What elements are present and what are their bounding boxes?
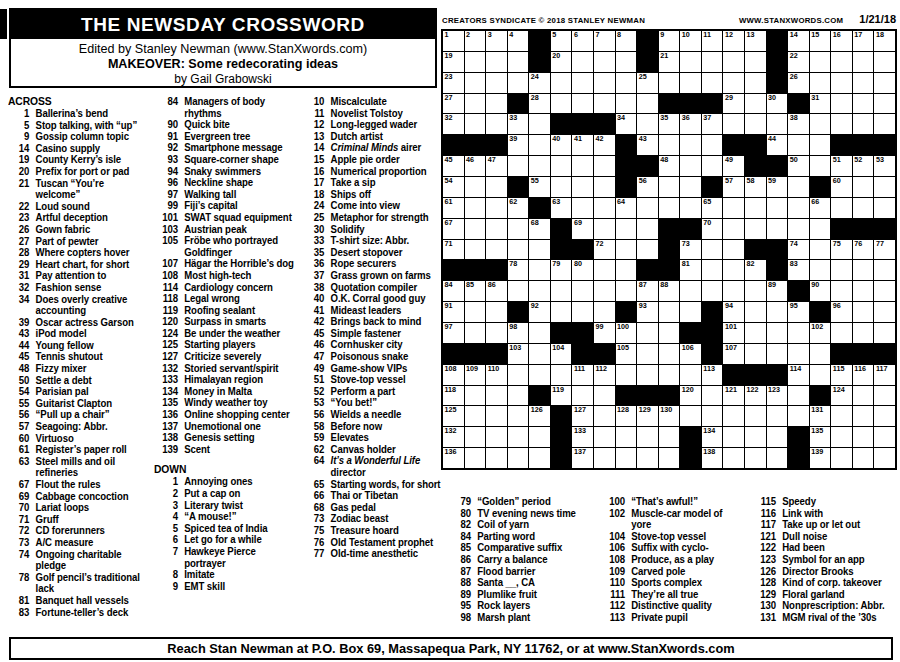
cell-r11c19[interactable]: 75 (831, 240, 852, 260)
cell-r9c11[interactable] (659, 198, 680, 218)
cell-r8c7[interactable] (572, 177, 593, 197)
cell-r13c14[interactable] (723, 281, 744, 301)
cell-r1c11[interactable]: 9 (659, 31, 680, 51)
cell-r4c1[interactable]: 27 (443, 94, 464, 114)
cell-r21c9[interactable] (616, 448, 637, 468)
cell-r21c11[interactable] (659, 448, 680, 468)
cell-r5c12[interactable]: 36 (680, 114, 701, 134)
cell-r4c19[interactable] (831, 94, 852, 114)
cell-r8c11[interactable] (659, 177, 680, 197)
cell-r17c12[interactable] (680, 365, 701, 385)
cell-r19c21[interactable] (874, 406, 895, 426)
cell-r21c1[interactable]: 136 (443, 448, 464, 468)
cell-r14c15[interactable] (745, 302, 766, 322)
cell-r14c14[interactable]: 94 (723, 302, 744, 322)
cell-r12c14[interactable] (723, 260, 744, 280)
cell-r6c10[interactable]: 43 (637, 135, 658, 155)
cell-r15c4[interactable]: 98 (508, 323, 529, 343)
cell-r19c20[interactable] (853, 406, 874, 426)
cell-r17c10[interactable] (637, 365, 658, 385)
cell-r11c9[interactable] (616, 240, 637, 260)
cell-r12c5[interactable] (529, 260, 550, 280)
cell-r7c2[interactable]: 46 (465, 156, 486, 176)
cell-r15c18[interactable]: 102 (810, 323, 831, 343)
cell-r10c9[interactable] (616, 219, 637, 239)
cell-r12c17[interactable]: 83 (788, 260, 809, 280)
cell-r5c3[interactable] (486, 114, 507, 134)
cell-r18c12[interactable]: 120 (680, 386, 701, 406)
cell-r6c11[interactable] (659, 135, 680, 155)
cell-r15c3[interactable] (486, 323, 507, 343)
cell-r7c7[interactable] (572, 156, 593, 176)
cell-r15c19[interactable] (831, 323, 852, 343)
cell-r21c7[interactable]: 137 (572, 448, 593, 468)
cell-r5c20[interactable] (853, 114, 874, 134)
cell-r4c2[interactable] (465, 94, 486, 114)
cell-r1c14[interactable]: 12 (723, 31, 744, 51)
cell-r4c16[interactable]: 30 (767, 94, 788, 114)
cell-r20c7[interactable]: 133 (572, 427, 593, 447)
cell-r13c6[interactable] (551, 281, 572, 301)
cell-r13c11[interactable]: 88 (659, 281, 680, 301)
cell-r7c8[interactable] (594, 156, 615, 176)
cell-r11c5[interactable] (529, 240, 550, 260)
cell-r16c6[interactable]: 104 (551, 344, 572, 364)
cell-r18c4[interactable] (508, 386, 529, 406)
cell-r10c10[interactable] (637, 219, 658, 239)
cell-r10c16[interactable] (767, 219, 788, 239)
cell-r11c2[interactable] (465, 240, 486, 260)
cell-r16c11[interactable] (659, 344, 680, 364)
cell-r11c1[interactable]: 71 (443, 240, 464, 260)
cell-r8c16[interactable]: 59 (767, 177, 788, 197)
cell-r2c11[interactable]: 21 (659, 52, 680, 72)
cell-r15c14[interactable]: 101 (723, 323, 744, 343)
cell-r5c21[interactable] (874, 114, 895, 134)
cell-r19c5[interactable]: 126 (529, 406, 550, 426)
cell-r16c4[interactable]: 103 (508, 344, 529, 364)
cell-r8c3[interactable] (486, 177, 507, 197)
cell-r20c18[interactable]: 135 (810, 427, 831, 447)
cell-r8c6[interactable] (551, 177, 572, 197)
cell-r5c10[interactable] (637, 114, 658, 134)
cell-r2c14[interactable] (723, 52, 744, 72)
cell-r14c5[interactable]: 92 (529, 302, 550, 322)
cell-r14c7[interactable] (572, 302, 593, 322)
cell-r5c18[interactable] (810, 114, 831, 134)
cell-r12c18[interactable] (810, 260, 831, 280)
cell-r10c7[interactable]: 69 (572, 219, 593, 239)
cell-r15c2[interactable] (465, 323, 486, 343)
cell-r7c18[interactable] (810, 156, 831, 176)
cell-r9c9[interactable]: 64 (616, 198, 637, 218)
cell-r14c20[interactable] (853, 302, 874, 322)
cell-r9c4[interactable]: 62 (508, 198, 529, 218)
cell-r8c2[interactable] (465, 177, 486, 197)
cell-r8c8[interactable] (594, 177, 615, 197)
cell-r9c8[interactable] (594, 198, 615, 218)
cell-r11c3[interactable] (486, 240, 507, 260)
cell-r13c19[interactable] (831, 281, 852, 301)
cell-r19c7[interactable]: 127 (572, 406, 593, 426)
cell-r4c8[interactable] (594, 94, 615, 114)
cell-r16c12[interactable]: 106 (680, 344, 701, 364)
cell-r5c5[interactable] (529, 114, 550, 134)
cell-r9c10[interactable] (637, 198, 658, 218)
cell-r13c8[interactable] (594, 281, 615, 301)
cell-r5c14[interactable] (723, 114, 744, 134)
cell-r18c15[interactable]: 122 (745, 386, 766, 406)
cell-r10c15[interactable] (745, 219, 766, 239)
cell-r13c12[interactable] (680, 281, 701, 301)
cell-r3c15[interactable] (745, 73, 766, 93)
cell-r4c9[interactable] (616, 94, 637, 114)
cell-r17c6[interactable] (551, 365, 572, 385)
cell-r21c19[interactable] (831, 448, 852, 468)
cell-r20c16[interactable] (767, 427, 788, 447)
cell-r15c20[interactable] (853, 323, 874, 343)
cell-r15c10[interactable] (637, 323, 658, 343)
cell-r3c3[interactable] (486, 73, 507, 93)
cell-r1c7[interactable]: 6 (572, 31, 593, 51)
cell-r16c16[interactable] (767, 344, 788, 364)
cell-r7c13[interactable] (702, 156, 723, 176)
cell-r19c15[interactable] (745, 406, 766, 426)
cell-r11c4[interactable] (508, 240, 529, 260)
cell-r7c5[interactable] (529, 156, 550, 176)
cell-r19c13[interactable] (702, 406, 723, 426)
cell-r9c17[interactable] (788, 198, 809, 218)
cell-r18c16[interactable]: 123 (767, 386, 788, 406)
cell-r18c6[interactable]: 119 (551, 386, 572, 406)
cell-r17c8[interactable]: 112 (594, 365, 615, 385)
cell-r6c8[interactable]: 42 (594, 135, 615, 155)
cell-r9c14[interactable] (723, 198, 744, 218)
cell-r18c17[interactable] (788, 386, 809, 406)
cell-r8c21[interactable] (874, 177, 895, 197)
cell-r3c6[interactable] (551, 73, 572, 93)
cell-r7c17[interactable]: 50 (788, 156, 809, 176)
cell-r2c21[interactable] (874, 52, 895, 72)
cell-r15c17[interactable] (788, 323, 809, 343)
cell-r18c8[interactable] (594, 386, 615, 406)
cell-r3c18[interactable] (810, 73, 831, 93)
cell-r12c15[interactable]: 82 (745, 260, 766, 280)
cell-r19c2[interactable] (465, 406, 486, 426)
cell-r13c13[interactable] (702, 281, 723, 301)
cell-r20c21[interactable] (874, 427, 895, 447)
cell-r4c10[interactable] (637, 94, 658, 114)
cell-r18c14[interactable]: 121 (723, 386, 744, 406)
cell-r10c1[interactable]: 67 (443, 219, 464, 239)
cell-r14c21[interactable] (874, 302, 895, 322)
cell-r8c20[interactable] (853, 177, 874, 197)
cell-r17c13[interactable]: 113 (702, 365, 723, 385)
cell-r4c3[interactable] (486, 94, 507, 114)
cell-r13c9[interactable] (616, 281, 637, 301)
cell-r1c4[interactable]: 4 (508, 31, 529, 51)
cell-r18c7[interactable] (572, 386, 593, 406)
cell-r21c3[interactable] (486, 448, 507, 468)
cell-r19c10[interactable]: 129 (637, 406, 658, 426)
cell-r2c13[interactable] (702, 52, 723, 72)
cell-r11c8[interactable]: 72 (594, 240, 615, 260)
cell-r20c5[interactable] (529, 427, 550, 447)
cell-r4c21[interactable] (874, 94, 895, 114)
cell-r20c1[interactable]: 132 (443, 427, 464, 447)
cell-r8c5[interactable]: 55 (529, 177, 550, 197)
cell-r8c1[interactable]: 54 (443, 177, 464, 197)
cell-r20c11[interactable] (659, 427, 680, 447)
cell-r13c2[interactable]: 85 (465, 281, 486, 301)
cell-r9c19[interactable] (831, 198, 852, 218)
cell-r9c13[interactable]: 65 (702, 198, 723, 218)
cell-r5c17[interactable]: 38 (788, 114, 809, 134)
cell-r14c10[interactable]: 93 (637, 302, 658, 322)
cell-r6c12[interactable] (680, 135, 701, 155)
cell-r13c16[interactable]: 89 (767, 281, 788, 301)
cell-r13c3[interactable]: 86 (486, 281, 507, 301)
cell-r1c19[interactable]: 16 (831, 31, 852, 51)
cell-r14c3[interactable] (486, 302, 507, 322)
cell-r7c19[interactable]: 51 (831, 156, 852, 176)
cell-r4c7[interactable] (572, 94, 593, 114)
cell-r19c8[interactable] (594, 406, 615, 426)
cell-r2c3[interactable] (486, 52, 507, 72)
cell-r11c12[interactable]: 73 (680, 240, 701, 260)
cell-r2c2[interactable] (465, 52, 486, 72)
cell-r17c5[interactable] (529, 365, 550, 385)
cell-r9c3[interactable] (486, 198, 507, 218)
cell-r14c11[interactable] (659, 302, 680, 322)
cell-r6c18[interactable] (810, 135, 831, 155)
cell-r15c1[interactable]: 97 (443, 323, 464, 343)
cell-r21c10[interactable] (637, 448, 658, 468)
cell-r3c9[interactable] (616, 73, 637, 93)
cell-r14c17[interactable]: 95 (788, 302, 809, 322)
cell-r5c13[interactable]: 37 (702, 114, 723, 134)
cell-r2c4[interactable] (508, 52, 529, 72)
cell-r16c18[interactable] (810, 344, 831, 364)
cell-r9c6[interactable]: 63 (551, 198, 572, 218)
cell-r15c11[interactable] (659, 323, 680, 343)
cell-r12c19[interactable] (831, 260, 852, 280)
cell-r13c15[interactable] (745, 281, 766, 301)
cell-r5c2[interactable] (465, 114, 486, 134)
cell-r14c19[interactable]: 96 (831, 302, 852, 322)
cell-r11c14[interactable] (723, 240, 744, 260)
cell-r15c15[interactable] (745, 323, 766, 343)
cell-r21c5[interactable] (529, 448, 550, 468)
cell-r4c20[interactable] (853, 94, 874, 114)
cell-r3c20[interactable] (853, 73, 874, 93)
cell-r20c15[interactable] (745, 427, 766, 447)
cell-r4c6[interactable] (551, 94, 572, 114)
cell-r21c13[interactable]: 138 (702, 448, 723, 468)
cell-r20c19[interactable] (831, 427, 852, 447)
cell-r21c8[interactable] (594, 448, 615, 468)
cell-r13c10[interactable]: 87 (637, 281, 658, 301)
cell-r9c16[interactable] (767, 198, 788, 218)
cell-r3c10[interactable]: 25 (637, 73, 658, 93)
cell-r14c1[interactable]: 91 (443, 302, 464, 322)
cell-r18c2[interactable] (465, 386, 486, 406)
cell-r5c16[interactable] (767, 114, 788, 134)
cell-r1c6[interactable]: 5 (551, 31, 572, 51)
cell-r12c9[interactable] (616, 260, 637, 280)
cell-r7c6[interactable] (551, 156, 572, 176)
cell-r21c18[interactable]: 139 (810, 448, 831, 468)
cell-r9c1[interactable]: 61 (443, 198, 464, 218)
cell-r16c9[interactable]: 105 (616, 344, 637, 364)
cell-r13c7[interactable] (572, 281, 593, 301)
cell-r14c8[interactable] (594, 302, 615, 322)
cell-r3c14[interactable] (723, 73, 744, 93)
cell-r19c14[interactable] (723, 406, 744, 426)
cell-r9c21[interactable] (874, 198, 895, 218)
cell-r12c6[interactable]: 79 (551, 260, 572, 280)
cell-r17c20[interactable]: 116 (853, 365, 874, 385)
cell-r1c21[interactable]: 18 (874, 31, 895, 51)
cell-r21c4[interactable] (508, 448, 529, 468)
cell-r3c1[interactable]: 23 (443, 73, 464, 93)
cell-r7c1[interactable]: 45 (443, 156, 464, 176)
cell-r21c14[interactable] (723, 448, 744, 468)
cell-r11c21[interactable]: 77 (874, 240, 895, 260)
cell-r17c21[interactable]: 117 (874, 365, 895, 385)
cell-r9c7[interactable] (572, 198, 593, 218)
cell-r17c18[interactable] (810, 365, 831, 385)
cell-r17c1[interactable]: 108 (443, 365, 464, 385)
cell-r13c5[interactable] (529, 281, 550, 301)
cell-r17c11[interactable] (659, 365, 680, 385)
cell-r6c7[interactable]: 41 (572, 135, 593, 155)
cell-r8c10[interactable]: 56 (637, 177, 658, 197)
cell-r2c7[interactable] (572, 52, 593, 72)
cell-r13c1[interactable]: 84 (443, 281, 464, 301)
cell-r2c20[interactable] (853, 52, 874, 72)
cell-r1c8[interactable]: 7 (594, 31, 615, 51)
cell-r18c1[interactable]: 118 (443, 386, 464, 406)
cell-r16c5[interactable] (529, 344, 550, 364)
cell-r2c17[interactable]: 22 (788, 52, 809, 72)
cell-r6c6[interactable]: 40 (551, 135, 572, 155)
cell-r19c16[interactable] (767, 406, 788, 426)
cell-r20c9[interactable] (616, 427, 637, 447)
cell-r2c9[interactable] (616, 52, 637, 72)
cell-r5c1[interactable]: 32 (443, 114, 464, 134)
cell-r6c5[interactable] (529, 135, 550, 155)
cell-r8c12[interactable] (680, 177, 701, 197)
cell-r2c1[interactable]: 19 (443, 52, 464, 72)
cell-r8c14[interactable]: 57 (723, 177, 744, 197)
cell-r6c16[interactable]: 44 (767, 135, 788, 155)
cell-r16c10[interactable] (637, 344, 658, 364)
cell-r5c15[interactable] (745, 114, 766, 134)
cell-r20c10[interactable] (637, 427, 658, 447)
cell-r11c10[interactable] (637, 240, 658, 260)
cell-r2c12[interactable] (680, 52, 701, 72)
cell-r3c21[interactable] (874, 73, 895, 93)
cell-r4c15[interactable] (745, 94, 766, 114)
cell-r1c12[interactable]: 10 (680, 31, 701, 51)
cell-r2c18[interactable] (810, 52, 831, 72)
cell-r19c18[interactable]: 131 (810, 406, 831, 426)
cell-r8c15[interactable]: 58 (745, 177, 766, 197)
cell-r12c8[interactable] (594, 260, 615, 280)
cell-r19c12[interactable] (680, 406, 701, 426)
cell-r11c20[interactable]: 76 (853, 240, 874, 260)
cell-r4c18[interactable]: 31 (810, 94, 831, 114)
cell-r10c2[interactable] (465, 219, 486, 239)
cell-r6c13[interactable] (702, 135, 723, 155)
cell-r12c13[interactable] (702, 260, 723, 280)
cell-r17c9[interactable] (616, 365, 637, 385)
cell-r18c13[interactable] (702, 386, 723, 406)
cell-r11c13[interactable] (702, 240, 723, 260)
cell-r4c5[interactable]: 28 (529, 94, 550, 114)
cell-r20c8[interactable] (594, 427, 615, 447)
cell-r7c14[interactable]: 49 (723, 156, 744, 176)
cell-r17c7[interactable]: 111 (572, 365, 593, 385)
cell-r3c19[interactable] (831, 73, 852, 93)
cell-r3c13[interactable] (702, 73, 723, 93)
cell-r8c17[interactable] (788, 177, 809, 197)
cell-r7c21[interactable]: 53 (874, 156, 895, 176)
cell-r10c5[interactable]: 68 (529, 219, 550, 239)
cell-r21c16[interactable] (767, 448, 788, 468)
cell-r10c8[interactable] (594, 219, 615, 239)
cell-r13c21[interactable] (874, 281, 895, 301)
cell-r20c14[interactable] (723, 427, 744, 447)
cell-r1c17[interactable]: 14 (788, 31, 809, 51)
cell-r17c19[interactable]: 115 (831, 365, 852, 385)
cell-r11c17[interactable]: 74 (788, 240, 809, 260)
cell-r16c15[interactable] (745, 344, 766, 364)
cell-r1c20[interactable]: 17 (853, 31, 874, 51)
cell-r18c19[interactable]: 124 (831, 386, 852, 406)
cell-r17c4[interactable] (508, 365, 529, 385)
cell-r3c17[interactable]: 26 (788, 73, 809, 93)
cell-r13c18[interactable]: 90 (810, 281, 831, 301)
cell-r2c6[interactable]: 20 (551, 52, 572, 72)
cell-r15c16[interactable] (767, 323, 788, 343)
cell-r15c9[interactable]: 100 (616, 323, 637, 343)
cell-r5c19[interactable] (831, 114, 852, 134)
cell-r1c3[interactable]: 3 (486, 31, 507, 51)
cell-r2c19[interactable] (831, 52, 852, 72)
crossword-grid[interactable]: 1234567891011121314151617181920212223242… (441, 29, 897, 470)
cell-r2c8[interactable] (594, 52, 615, 72)
cell-r19c11[interactable]: 130 (659, 406, 680, 426)
cell-r1c18[interactable]: 15 (810, 31, 831, 51)
cell-r21c2[interactable] (465, 448, 486, 468)
cell-r14c6[interactable] (551, 302, 572, 322)
cell-r19c19[interactable] (831, 406, 852, 426)
cell-r6c17[interactable] (788, 135, 809, 155)
cell-r12c12[interactable]: 81 (680, 260, 701, 280)
cell-r16c17[interactable] (788, 344, 809, 364)
cell-r18c20[interactable] (853, 386, 874, 406)
cell-r10c3[interactable] (486, 219, 507, 239)
cell-r10c14[interactable] (723, 219, 744, 239)
cell-r3c4[interactable] (508, 73, 529, 93)
cell-r3c5[interactable]: 24 (529, 73, 550, 93)
cell-r10c17[interactable] (788, 219, 809, 239)
cell-r16c14[interactable]: 107 (723, 344, 744, 364)
cell-r19c3[interactable] (486, 406, 507, 426)
cell-r3c2[interactable] (465, 73, 486, 93)
